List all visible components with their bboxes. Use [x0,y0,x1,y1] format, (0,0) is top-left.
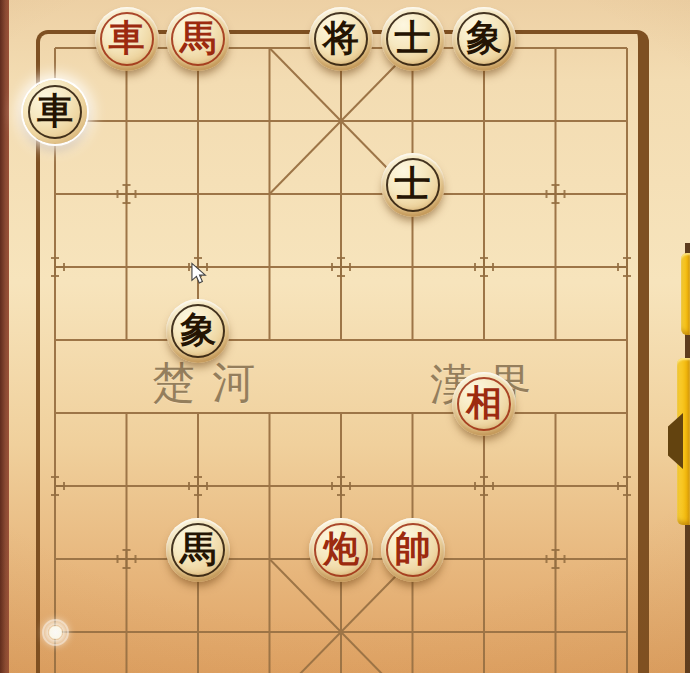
piece-glyph: 象 [466,20,502,56]
piece-glyph: 馬 [180,531,216,567]
piece-glyph: 車 [37,93,73,129]
piece-glyph: 士 [395,166,431,202]
piece-red-chariot[interactable]: 車 [95,7,159,71]
xiangqi-game-screen: 楚河 漢界 車馬将士象車士象相馬炮帥 [0,0,690,673]
piece-black-elephant[interactable]: 象 [452,7,516,71]
piece-red-general[interactable]: 帥 [381,518,445,582]
piece-black-advisor[interactable]: 士 [381,7,445,71]
piece-glyph: 相 [466,385,502,421]
side-tab-small[interactable] [681,253,690,335]
piece-glyph: 将 [323,20,359,56]
piece-red-cannon[interactable]: 炮 [309,518,373,582]
piece-glyph: 象 [180,312,216,348]
board-pieces-layer: 車馬将士象車士象相馬炮帥 [0,0,690,673]
piece-red-horse[interactable]: 馬 [166,7,230,71]
piece-black-advisor[interactable]: 士 [381,153,445,217]
piece-black-elephant[interactable]: 象 [166,299,230,363]
piece-glyph: 帥 [395,531,431,567]
piece-glyph: 車 [109,20,145,56]
piece-black-general[interactable]: 将 [309,7,373,71]
piece-black-chariot[interactable]: 車 [23,80,87,144]
piece-black-horse[interactable]: 馬 [166,518,230,582]
piece-red-elephant[interactable]: 相 [452,372,516,436]
piece-glyph: 炮 [323,531,359,567]
piece-glyph: 馬 [180,20,216,56]
piece-glyph: 士 [395,20,431,56]
mouse-cursor-icon [190,262,208,286]
